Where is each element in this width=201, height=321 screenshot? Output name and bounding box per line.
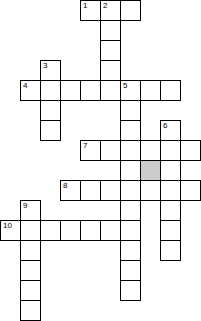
clue-number: 8 <box>63 181 67 191</box>
clue-number: 1 <box>83 1 87 11</box>
grid-cell[interactable] <box>120 0 141 21</box>
grid-cell[interactable]: 2 <box>100 0 121 21</box>
shaded-cell <box>140 160 161 181</box>
grid-cell[interactable] <box>120 140 141 161</box>
grid-cell[interactable] <box>120 240 141 261</box>
grid-cell[interactable] <box>120 260 141 281</box>
grid-cell[interactable] <box>160 200 181 221</box>
grid-cell[interactable]: 3 <box>40 60 61 81</box>
grid-cell[interactable] <box>160 80 181 101</box>
grid-cell[interactable] <box>40 220 61 241</box>
grid-cell[interactable] <box>60 220 81 241</box>
grid-cell[interactable]: 7 <box>80 140 101 161</box>
grid-cell[interactable] <box>100 80 121 101</box>
grid-cell[interactable] <box>140 180 161 201</box>
grid-cell[interactable] <box>160 180 181 201</box>
grid-cell[interactable] <box>60 80 81 101</box>
clue-number: 5 <box>123 81 127 91</box>
grid-cell[interactable] <box>20 220 41 241</box>
grid-cell[interactable] <box>20 240 41 261</box>
clue-number: 4 <box>23 81 27 91</box>
clue-number: 10 <box>3 221 12 231</box>
grid-cell[interactable] <box>40 100 61 121</box>
grid-cell[interactable] <box>100 40 121 61</box>
grid-cell[interactable] <box>140 140 161 161</box>
grid-cell[interactable] <box>120 280 141 301</box>
grid-cell[interactable]: 5 <box>120 80 141 101</box>
grid-cell[interactable] <box>100 20 121 41</box>
grid-cell[interactable] <box>40 80 61 101</box>
grid-cell[interactable] <box>80 180 101 201</box>
grid-cell[interactable]: 10 <box>0 220 21 241</box>
grid-cell[interactable] <box>80 220 101 241</box>
grid-cell[interactable]: 6 <box>160 120 181 141</box>
grid-cell[interactable] <box>20 280 41 301</box>
grid-cell[interactable] <box>20 260 41 281</box>
grid-cell[interactable] <box>120 180 141 201</box>
clue-number: 6 <box>163 121 167 131</box>
grid-cell[interactable] <box>20 300 41 321</box>
grid-cell[interactable] <box>120 100 141 121</box>
grid-cell[interactable] <box>120 200 141 221</box>
grid-cell[interactable]: 1 <box>80 0 101 21</box>
grid-cell[interactable]: 8 <box>60 180 81 201</box>
grid-cell[interactable] <box>120 160 141 181</box>
clue-number: 7 <box>83 141 87 151</box>
grid-cell[interactable] <box>160 240 181 261</box>
grid-cell[interactable]: 4 <box>20 80 41 101</box>
clue-number: 3 <box>43 61 47 71</box>
grid-cell[interactable] <box>180 180 201 201</box>
grid-cell[interactable] <box>160 160 181 181</box>
grid-cell[interactable] <box>160 220 181 241</box>
grid-cell[interactable] <box>100 140 121 161</box>
grid-cell[interactable] <box>40 120 61 141</box>
crossword-grid: 12345678910 <box>0 0 201 321</box>
grid-cell[interactable] <box>120 120 141 141</box>
grid-cell[interactable] <box>120 220 141 241</box>
grid-cell[interactable] <box>140 80 161 101</box>
grid-cell[interactable] <box>100 220 121 241</box>
grid-cell[interactable] <box>80 80 101 101</box>
clue-number: 2 <box>103 1 107 11</box>
grid-cell[interactable] <box>160 140 181 161</box>
grid-cell[interactable]: 9 <box>20 200 41 221</box>
grid-cell[interactable] <box>180 140 201 161</box>
grid-cell[interactable] <box>100 180 121 201</box>
clue-number: 9 <box>23 201 27 211</box>
grid-cell[interactable] <box>100 60 121 81</box>
